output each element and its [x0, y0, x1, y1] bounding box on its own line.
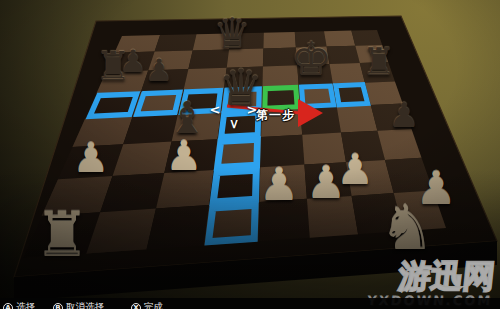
piece-white-pawn-a3[interactable]: ♟ [73, 138, 110, 179]
hint-select: A 选择 [3, 301, 35, 309]
hint-select-label: 选择 [16, 301, 35, 309]
hint-deselect: B 取消选择 [53, 301, 104, 309]
b-button-icon: B [53, 303, 63, 309]
selector-down-chevron-icon[interactable]: < [227, 119, 240, 130]
piece-black-pawn-c7[interactable]: ♟ [145, 55, 173, 86]
piece-black-pawn-h5[interactable]: ♟ [389, 98, 419, 132]
piece-black-queen-d8[interactable]: ♛ [213, 13, 251, 55]
piece-white-rook-a1[interactable]: ♜ [34, 204, 90, 266]
piece-black-king-f8[interactable]: ♚ [290, 36, 331, 82]
tutorial-step-label: 第一步 [256, 107, 295, 124]
hint-done: X 完成 [131, 301, 163, 309]
hint-done-label: 完成 [144, 301, 163, 309]
piece-white-pawn-c3[interactable]: ♟ [166, 136, 203, 177]
piece-black-rook-h8[interactable]: ♜ [362, 43, 396, 81]
piece-white-knight-g1[interactable]: ♞ [379, 197, 435, 259]
piece-black-rook-a7[interactable]: ♜ [95, 46, 131, 86]
controller-hint-bar: A 选择 B 取消选择 X 完成 [0, 298, 500, 309]
piece-white-pawn-f2[interactable]: ♟ [306, 160, 346, 205]
a-button-icon: A [3, 303, 13, 309]
hint-deselect-label: 取消选择 [66, 301, 104, 309]
x-button-icon: X [131, 303, 141, 309]
piece-white-pawn-e2[interactable]: ♟ [259, 162, 299, 207]
chess-3d-scene: ♛♟♜♚♜♟♛♟♝♟♟♟♟♟♟♞♜ < > < 第一步 A 选择 B 取消选择 … [0, 0, 500, 309]
selector-left-chevron-icon[interactable]: < [210, 103, 221, 116]
